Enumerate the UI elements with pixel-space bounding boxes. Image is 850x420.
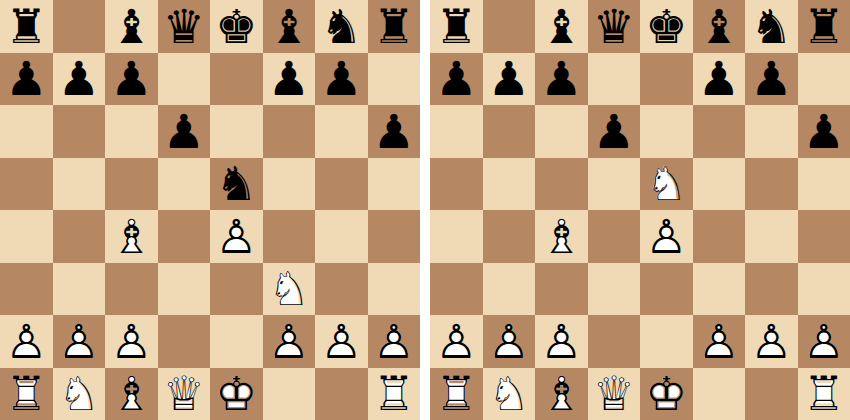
- square-h5[interactable]: [368, 158, 421, 211]
- square-h1[interactable]: ♜♖: [368, 368, 421, 420]
- piece-white-king-outline: ♔: [640, 368, 693, 420]
- square-f4[interactable]: [263, 210, 316, 263]
- piece-white-pawn-outline: ♙: [53, 315, 106, 368]
- piece-black-queen: ♛: [158, 0, 211, 53]
- square-e2[interactable]: [210, 315, 263, 368]
- piece-black-pawn: ♟: [693, 53, 746, 106]
- square-h3[interactable]: [368, 263, 421, 316]
- square-d5[interactable]: [158, 158, 211, 211]
- piece-white-rook: ♜: [0, 368, 53, 420]
- square-g4[interactable]: [315, 210, 368, 263]
- square-h5[interactable]: [798, 158, 850, 211]
- square-a6[interactable]: [0, 105, 53, 158]
- square-c6[interactable]: [535, 105, 588, 158]
- square-b4[interactable]: [483, 210, 536, 263]
- piece-white-pawn: ♟: [105, 315, 158, 368]
- piece-white-king-outline: ♔: [210, 368, 263, 420]
- square-h3[interactable]: [798, 263, 850, 316]
- square-d3[interactable]: [158, 263, 211, 316]
- square-e6[interactable]: [640, 105, 693, 158]
- square-d1[interactable]: ♛♕: [588, 368, 641, 420]
- piece-black-queen: ♛: [588, 0, 641, 53]
- piece-black-pawn: ♟: [368, 105, 421, 158]
- piece-white-pawn-outline: ♙: [745, 315, 798, 368]
- piece-black-pawn: ♟: [0, 53, 53, 106]
- piece-white-queen: ♛: [158, 368, 211, 420]
- square-f6[interactable]: [263, 105, 316, 158]
- piece-white-bishop-outline: ♗: [535, 210, 588, 263]
- piece-white-bishop: ♝: [535, 368, 588, 420]
- square-e8[interactable]: ♚: [640, 0, 693, 53]
- square-g8[interactable]: ♞: [745, 0, 798, 53]
- square-f6[interactable]: [693, 105, 746, 158]
- piece-black-pawn: ♟: [483, 53, 536, 106]
- piece-black-pawn: ♟: [798, 105, 850, 158]
- square-e3[interactable]: [640, 263, 693, 316]
- square-d4[interactable]: [158, 210, 211, 263]
- piece-white-pawn-outline: ♙: [693, 315, 746, 368]
- square-f1[interactable]: [693, 368, 746, 420]
- square-e5[interactable]: ♞♘: [640, 158, 693, 211]
- piece-black-bishop: ♝: [535, 0, 588, 53]
- square-b3[interactable]: [53, 263, 106, 316]
- square-h6[interactable]: ♟: [368, 105, 421, 158]
- square-b1[interactable]: ♞♘: [53, 368, 106, 420]
- square-g6[interactable]: [745, 105, 798, 158]
- square-e5[interactable]: ♞: [210, 158, 263, 211]
- square-e4[interactable]: ♟♙: [210, 210, 263, 263]
- piece-white-queen-outline: ♕: [158, 368, 211, 420]
- piece-white-pawn-outline: ♙: [0, 315, 53, 368]
- piece-white-pawn: ♟: [210, 210, 263, 263]
- square-c6[interactable]: [105, 105, 158, 158]
- square-c1[interactable]: ♝♗: [105, 368, 158, 420]
- square-b2[interactable]: ♟♙: [483, 315, 536, 368]
- square-c8[interactable]: ♝: [105, 0, 158, 53]
- square-h7[interactable]: [368, 53, 421, 106]
- square-a8[interactable]: ♜: [0, 0, 53, 53]
- square-d8[interactable]: ♛: [588, 0, 641, 53]
- piece-white-king: ♚: [210, 368, 263, 420]
- square-a2[interactable]: ♟♙: [0, 315, 53, 368]
- piece-white-rook: ♜: [430, 368, 483, 420]
- square-d7[interactable]: [588, 53, 641, 106]
- square-d5[interactable]: [588, 158, 641, 211]
- piece-white-pawn-outline: ♙: [210, 210, 263, 263]
- square-b3[interactable]: [483, 263, 536, 316]
- square-h8[interactable]: ♜: [798, 0, 850, 53]
- piece-black-pawn: ♟: [53, 53, 106, 106]
- piece-white-pawn: ♟: [0, 315, 53, 368]
- square-a3[interactable]: [430, 263, 483, 316]
- square-h4[interactable]: [798, 210, 850, 263]
- square-h4[interactable]: [368, 210, 421, 263]
- piece-white-pawn: ♟: [263, 315, 316, 368]
- square-c5[interactable]: [535, 158, 588, 211]
- square-b7[interactable]: ♟: [483, 53, 536, 106]
- square-a4[interactable]: [430, 210, 483, 263]
- square-h6[interactable]: ♟: [798, 105, 850, 158]
- square-h8[interactable]: ♜: [368, 0, 421, 53]
- square-a7[interactable]: ♟: [430, 53, 483, 106]
- piece-white-king: ♚: [640, 368, 693, 420]
- square-a7[interactable]: ♟: [0, 53, 53, 106]
- square-c4[interactable]: ♝♗: [105, 210, 158, 263]
- piece-white-rook: ♜: [798, 368, 850, 420]
- square-f1[interactable]: [263, 368, 316, 420]
- piece-white-bishop-outline: ♗: [535, 368, 588, 420]
- piece-white-pawn-outline: ♙: [483, 315, 536, 368]
- piece-white-pawn-outline: ♙: [105, 315, 158, 368]
- square-d6[interactable]: ♟: [588, 105, 641, 158]
- square-a5[interactable]: [0, 158, 53, 211]
- piece-white-knight-outline: ♘: [263, 263, 316, 316]
- piece-white-bishop: ♝: [105, 368, 158, 420]
- square-c5[interactable]: [105, 158, 158, 211]
- square-c2[interactable]: ♟♙: [105, 315, 158, 368]
- piece-white-pawn-outline: ♙: [640, 210, 693, 263]
- square-g2[interactable]: ♟♙: [745, 315, 798, 368]
- piece-white-pawn: ♟: [640, 210, 693, 263]
- square-f4[interactable]: [693, 210, 746, 263]
- square-g8[interactable]: ♞: [315, 0, 368, 53]
- square-b4[interactable]: [53, 210, 106, 263]
- square-d3[interactable]: [588, 263, 641, 316]
- piece-black-pawn: ♟: [535, 53, 588, 106]
- square-e1[interactable]: ♚♔: [640, 368, 693, 420]
- square-f7[interactable]: ♟: [693, 53, 746, 106]
- piece-black-pawn: ♟: [263, 53, 316, 106]
- square-g5[interactable]: [745, 158, 798, 211]
- square-h2[interactable]: ♟♙: [798, 315, 850, 368]
- piece-white-pawn: ♟: [693, 315, 746, 368]
- piece-white-pawn: ♟: [53, 315, 106, 368]
- square-f8[interactable]: ♝: [693, 0, 746, 53]
- square-f2[interactable]: ♟♙: [693, 315, 746, 368]
- square-h2[interactable]: ♟♙: [368, 315, 421, 368]
- piece-white-knight: ♞: [263, 263, 316, 316]
- piece-white-pawn: ♟: [315, 315, 368, 368]
- piece-black-king: ♚: [210, 0, 263, 53]
- piece-white-pawn-outline: ♙: [430, 315, 483, 368]
- square-f2[interactable]: ♟♙: [263, 315, 316, 368]
- piece-white-knight-outline: ♘: [53, 368, 106, 420]
- square-c3[interactable]: [535, 263, 588, 316]
- piece-black-knight: ♞: [315, 0, 368, 53]
- piece-white-knight: ♞: [640, 158, 693, 211]
- square-e4[interactable]: ♟♙: [640, 210, 693, 263]
- piece-black-rook: ♜: [368, 0, 421, 53]
- piece-white-pawn-outline: ♙: [535, 315, 588, 368]
- square-d2[interactable]: [588, 315, 641, 368]
- piece-white-rook-outline: ♖: [798, 368, 850, 420]
- piece-black-knight: ♞: [210, 158, 263, 211]
- square-e7[interactable]: [640, 53, 693, 106]
- square-f3[interactable]: ♞♘: [263, 263, 316, 316]
- piece-white-pawn-outline: ♙: [798, 315, 850, 368]
- piece-black-pawn: ♟: [105, 53, 158, 106]
- piece-white-queen-outline: ♕: [588, 368, 641, 420]
- square-a3[interactable]: [0, 263, 53, 316]
- piece-black-rook: ♜: [798, 0, 850, 53]
- square-a6[interactable]: [430, 105, 483, 158]
- piece-black-bishop: ♝: [693, 0, 746, 53]
- square-a4[interactable]: [0, 210, 53, 263]
- piece-white-pawn: ♟: [483, 315, 536, 368]
- square-b8[interactable]: [53, 0, 106, 53]
- piece-black-pawn: ♟: [315, 53, 368, 106]
- square-b8[interactable]: [483, 0, 536, 53]
- square-f5[interactable]: [263, 158, 316, 211]
- square-b5[interactable]: [483, 158, 536, 211]
- square-d1[interactable]: ♛♕: [158, 368, 211, 420]
- square-a8[interactable]: ♜: [430, 0, 483, 53]
- square-c7[interactable]: ♟: [535, 53, 588, 106]
- square-f8[interactable]: ♝: [263, 0, 316, 53]
- square-a1[interactable]: ♜♖: [0, 368, 53, 420]
- square-d6[interactable]: ♟: [158, 105, 211, 158]
- square-g3[interactable]: [745, 263, 798, 316]
- piece-black-pawn: ♟: [745, 53, 798, 106]
- square-h1[interactable]: ♜♖: [798, 368, 850, 420]
- piece-white-pawn-outline: ♙: [368, 315, 421, 368]
- square-b2[interactable]: ♟♙: [53, 315, 106, 368]
- piece-white-bishop: ♝: [535, 210, 588, 263]
- piece-white-pawn-outline: ♙: [315, 315, 368, 368]
- square-g5[interactable]: [315, 158, 368, 211]
- square-h7[interactable]: [798, 53, 850, 106]
- piece-white-bishop-outline: ♗: [105, 210, 158, 263]
- square-c3[interactable]: [105, 263, 158, 316]
- square-b6[interactable]: [53, 105, 106, 158]
- piece-white-pawn: ♟: [368, 315, 421, 368]
- chessboard-left: ♜♝♛♚♝♞♜♟♟♟♟♟♟♟♞♝♗♟♙♞♘♟♙♟♙♟♙♟♙♟♙♟♙♜♖♞♘♝♗♛…: [0, 0, 420, 420]
- piece-white-knight: ♞: [53, 368, 106, 420]
- square-b1[interactable]: ♞♘: [483, 368, 536, 420]
- square-g1[interactable]: [745, 368, 798, 420]
- piece-black-king: ♚: [640, 0, 693, 53]
- piece-white-pawn: ♟: [535, 315, 588, 368]
- square-c2[interactable]: ♟♙: [535, 315, 588, 368]
- piece-black-rook: ♜: [0, 0, 53, 53]
- square-c4[interactable]: ♝♗: [535, 210, 588, 263]
- square-e3[interactable]: [210, 263, 263, 316]
- piece-white-bishop: ♝: [105, 210, 158, 263]
- piece-black-rook: ♜: [430, 0, 483, 53]
- chessboard-right: ♜♝♛♚♝♞♜♟♟♟♟♟♟♟♞♘♝♗♟♙♟♙♟♙♟♙♟♙♟♙♟♙♜♖♞♘♝♗♛♕…: [430, 0, 850, 420]
- piece-black-pawn: ♟: [430, 53, 483, 106]
- square-b5[interactable]: [53, 158, 106, 211]
- square-d7[interactable]: [158, 53, 211, 106]
- square-e8[interactable]: ♚: [210, 0, 263, 53]
- square-c1[interactable]: ♝♗: [535, 368, 588, 420]
- square-e7[interactable]: [210, 53, 263, 106]
- square-g3[interactable]: [315, 263, 368, 316]
- square-g6[interactable]: [315, 105, 368, 158]
- piece-black-bishop: ♝: [263, 0, 316, 53]
- square-f7[interactable]: ♟: [263, 53, 316, 106]
- square-g7[interactable]: ♟: [745, 53, 798, 106]
- piece-white-knight-outline: ♘: [640, 158, 693, 211]
- square-d2[interactable]: [158, 315, 211, 368]
- square-b7[interactable]: ♟: [53, 53, 106, 106]
- square-a5[interactable]: [430, 158, 483, 211]
- square-g1[interactable]: [315, 368, 368, 420]
- square-e6[interactable]: [210, 105, 263, 158]
- piece-white-pawn-outline: ♙: [263, 315, 316, 368]
- piece-white-queen: ♛: [588, 368, 641, 420]
- square-g7[interactable]: ♟: [315, 53, 368, 106]
- piece-white-rook-outline: ♖: [0, 368, 53, 420]
- piece-black-knight: ♞: [745, 0, 798, 53]
- square-d4[interactable]: [588, 210, 641, 263]
- square-b6[interactable]: [483, 105, 536, 158]
- boards-container: ♜♝♛♚♝♞♜♟♟♟♟♟♟♟♞♝♗♟♙♞♘♟♙♟♙♟♙♟♙♟♙♟♙♜♖♞♘♝♗♛…: [0, 0, 850, 420]
- square-e2[interactable]: [640, 315, 693, 368]
- piece-black-pawn: ♟: [158, 105, 211, 158]
- piece-white-pawn: ♟: [798, 315, 850, 368]
- piece-black-pawn: ♟: [588, 105, 641, 158]
- square-f3[interactable]: [693, 263, 746, 316]
- square-g2[interactable]: ♟♙: [315, 315, 368, 368]
- piece-white-knight: ♞: [483, 368, 536, 420]
- square-a1[interactable]: ♜♖: [430, 368, 483, 420]
- square-f5[interactable]: [693, 158, 746, 211]
- square-d8[interactable]: ♛: [158, 0, 211, 53]
- piece-white-bishop-outline: ♗: [105, 368, 158, 420]
- square-c7[interactable]: ♟: [105, 53, 158, 106]
- piece-white-pawn: ♟: [430, 315, 483, 368]
- piece-white-pawn: ♟: [745, 315, 798, 368]
- piece-white-knight-outline: ♘: [483, 368, 536, 420]
- square-c8[interactable]: ♝: [535, 0, 588, 53]
- square-g4[interactable]: [745, 210, 798, 263]
- piece-white-rook: ♜: [368, 368, 421, 420]
- piece-black-bishop: ♝: [105, 0, 158, 53]
- square-a2[interactable]: ♟♙: [430, 315, 483, 368]
- piece-white-rook-outline: ♖: [430, 368, 483, 420]
- piece-white-rook-outline: ♖: [368, 368, 421, 420]
- square-e1[interactable]: ♚♔: [210, 368, 263, 420]
